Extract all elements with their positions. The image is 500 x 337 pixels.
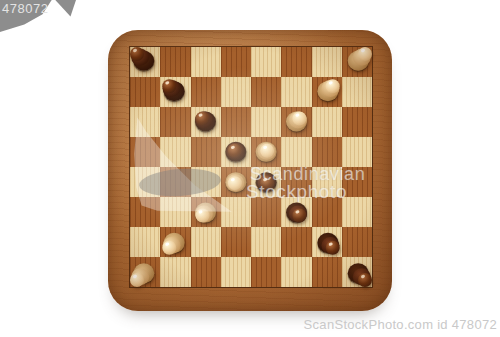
square-g6 bbox=[312, 107, 342, 137]
square-d3 bbox=[221, 197, 251, 227]
square-c5 bbox=[191, 137, 221, 167]
black-pawn-d5: ♟ bbox=[221, 137, 251, 167]
specular-highlight bbox=[133, 275, 138, 279]
specular-highlight bbox=[165, 81, 170, 85]
square-d2 bbox=[221, 227, 251, 257]
square-h7 bbox=[342, 77, 372, 107]
white-pawn-f6: ♙ bbox=[281, 107, 311, 137]
square-h3 bbox=[342, 197, 372, 227]
board-grid: ♟♟♟♟♟♟♟♟♙♙♙♙♙♙♙♙ bbox=[129, 46, 373, 288]
pawn-head bbox=[260, 144, 274, 158]
square-g3 bbox=[312, 197, 342, 227]
square-h6 bbox=[342, 107, 372, 137]
square-c2 bbox=[191, 227, 221, 257]
specular-highlight bbox=[263, 178, 268, 182]
square-a2 bbox=[130, 227, 160, 257]
square-e2 bbox=[251, 227, 281, 257]
black-pawn-e4: ♟ bbox=[251, 167, 281, 197]
pawn-head bbox=[228, 144, 242, 158]
white-pawn-a1: ♙ bbox=[130, 257, 160, 287]
square-e6 bbox=[251, 107, 281, 137]
square-c4 bbox=[191, 167, 221, 197]
square-d6 bbox=[221, 107, 251, 137]
pawn-head bbox=[195, 112, 209, 126]
pawn-head bbox=[293, 112, 307, 126]
square-b3 bbox=[160, 197, 190, 227]
black-pawn-b7: ♟ bbox=[160, 77, 190, 107]
square-g8 bbox=[312, 47, 342, 77]
watermark-id-text: 478072 bbox=[2, 1, 48, 16]
specular-highlight bbox=[263, 145, 268, 149]
chess-board: ♟♟♟♟♟♟♟♟♙♙♙♙♙♙♙♙ bbox=[108, 30, 392, 311]
square-a3 bbox=[130, 197, 160, 227]
square-c7 bbox=[191, 77, 221, 107]
specular-highlight bbox=[230, 178, 235, 182]
square-d8 bbox=[221, 47, 251, 77]
black-pawn-g2: ♟ bbox=[312, 227, 342, 257]
watermark-corner-badge-tip bbox=[53, 0, 76, 18]
pawn-head bbox=[228, 176, 242, 190]
pawn-head bbox=[358, 273, 372, 287]
black-pawn-h1: ♟ bbox=[342, 257, 372, 287]
specular-highlight bbox=[133, 49, 138, 53]
white-pawn-c3: ♙ bbox=[191, 197, 221, 227]
specular-highlight bbox=[361, 49, 366, 53]
square-e1 bbox=[251, 257, 281, 287]
white-pawn-d4: ♙ bbox=[221, 167, 251, 197]
square-f5 bbox=[281, 137, 311, 167]
pawn-head bbox=[260, 176, 274, 190]
specular-highlight bbox=[328, 81, 333, 85]
square-b4 bbox=[160, 167, 190, 197]
white-pawn-e5: ♙ bbox=[251, 137, 281, 167]
square-f7 bbox=[281, 77, 311, 107]
specular-highlight bbox=[295, 113, 300, 117]
pawn-head bbox=[130, 273, 144, 287]
square-h4 bbox=[342, 167, 372, 197]
square-d1 bbox=[221, 257, 251, 287]
pawn-head bbox=[293, 208, 307, 222]
specular-highlight bbox=[230, 145, 235, 149]
white-pawn-h8: ♙ bbox=[342, 47, 372, 77]
square-f1 bbox=[281, 257, 311, 287]
square-b5 bbox=[160, 137, 190, 167]
specular-highlight bbox=[328, 242, 333, 246]
watermark-corner-badge bbox=[0, 0, 76, 34]
square-a7 bbox=[130, 77, 160, 107]
square-h5 bbox=[342, 137, 372, 167]
square-a4 bbox=[130, 167, 160, 197]
square-b6 bbox=[160, 107, 190, 137]
specular-highlight bbox=[198, 113, 203, 117]
square-e8 bbox=[251, 47, 281, 77]
pawn-head bbox=[358, 47, 372, 61]
square-a5 bbox=[130, 137, 160, 167]
pawn-head bbox=[163, 79, 177, 93]
specular-highlight bbox=[165, 242, 170, 246]
square-g1 bbox=[312, 257, 342, 287]
specular-highlight bbox=[295, 210, 300, 214]
square-e3 bbox=[251, 197, 281, 227]
pawn-head bbox=[325, 79, 339, 93]
square-c8 bbox=[191, 47, 221, 77]
square-d7 bbox=[221, 77, 251, 107]
photo-canvas: ♟♟♟♟♟♟♟♟♙♙♙♙♙♙♙♙ 478072 Scandinavian Sto… bbox=[0, 0, 500, 337]
square-f4 bbox=[281, 167, 311, 197]
black-pawn-f3: ♟ bbox=[281, 197, 311, 227]
black-pawn-c6: ♟ bbox=[191, 107, 221, 137]
square-h2 bbox=[342, 227, 372, 257]
square-c1 bbox=[191, 257, 221, 287]
pawn-head bbox=[325, 241, 339, 255]
watermark-footer-text: ScanStockPhoto.com id 478072 bbox=[304, 317, 497, 332]
specular-highlight bbox=[361, 275, 366, 279]
square-f8 bbox=[281, 47, 311, 77]
square-f2 bbox=[281, 227, 311, 257]
specular-highlight bbox=[198, 210, 203, 214]
pawn-head bbox=[130, 47, 144, 61]
square-g4 bbox=[312, 167, 342, 197]
pawn-head bbox=[195, 208, 209, 222]
square-g5 bbox=[312, 137, 342, 167]
square-b8 bbox=[160, 47, 190, 77]
white-pawn-g7: ♙ bbox=[312, 77, 342, 107]
pawn-head bbox=[163, 241, 177, 255]
square-a6 bbox=[130, 107, 160, 137]
white-pawn-b2: ♙ bbox=[160, 227, 190, 257]
black-pawn-a8: ♟ bbox=[130, 47, 160, 77]
square-e7 bbox=[251, 77, 281, 107]
square-b1 bbox=[160, 257, 190, 287]
